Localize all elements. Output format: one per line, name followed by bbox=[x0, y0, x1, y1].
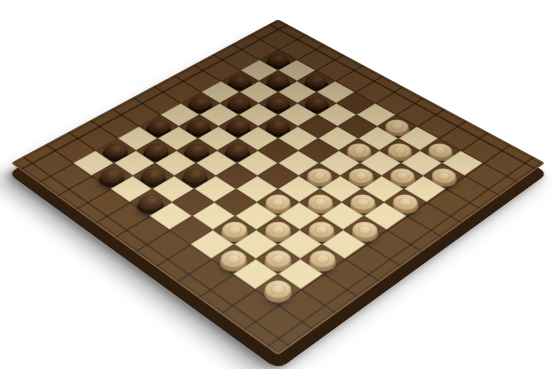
piece-glyph: ⛂ bbox=[348, 219, 382, 241]
square-r9c2[interactable] bbox=[110, 176, 152, 202]
light-piece[interactable]: ⛂ bbox=[386, 166, 418, 186]
square-r3c8[interactable] bbox=[362, 176, 404, 202]
piece-glyph: ⛂ bbox=[345, 166, 377, 186]
square-r7c6[interactable] bbox=[235, 202, 278, 230]
light-piece[interactable]: ⛂ bbox=[389, 192, 422, 213]
square-r7c5[interactable] bbox=[214, 189, 256, 216]
piece-glyph: ⛂ bbox=[346, 192, 379, 213]
square-r3c9[interactable]: ⛂ bbox=[384, 189, 426, 216]
square-r9c8[interactable] bbox=[233, 259, 278, 289]
square-r5c5[interactable] bbox=[257, 163, 298, 189]
piece-glyph: ⛀ bbox=[179, 166, 211, 186]
square-r4c8[interactable]: ⛂ bbox=[342, 189, 384, 216]
square-r8c4[interactable] bbox=[172, 189, 214, 216]
light-piece[interactable]: ⛂ bbox=[261, 219, 295, 241]
piece-glyph: ⛂ bbox=[305, 247, 340, 270]
light-piece[interactable]: ⛂ bbox=[304, 192, 337, 213]
square-r8c3[interactable] bbox=[152, 176, 194, 202]
square-r6c9[interactable] bbox=[322, 230, 366, 259]
square-r2c8[interactable]: ⛂ bbox=[382, 163, 423, 189]
square-r2c9[interactable] bbox=[404, 176, 446, 202]
square-r9c7[interactable]: ⛂ bbox=[211, 244, 255, 274]
light-piece[interactable]: ⛂ bbox=[305, 247, 340, 270]
square-r7c7[interactable]: ⛂ bbox=[256, 216, 299, 244]
square-r5c8[interactable] bbox=[321, 202, 364, 230]
square-r7c9[interactable]: ⛂ bbox=[300, 244, 344, 274]
square-r9c5[interactable] bbox=[169, 216, 212, 244]
square-r7c4[interactable] bbox=[194, 176, 236, 202]
light-piece[interactable]: ⛂ bbox=[346, 192, 379, 213]
piece-glyph: ⛂ bbox=[260, 277, 296, 301]
light-piece[interactable]: ⛂ bbox=[216, 247, 251, 270]
square-r4c7[interactable] bbox=[320, 176, 362, 202]
piece-glyph: ⛂ bbox=[389, 192, 422, 213]
piece-glyph: ⛂ bbox=[218, 219, 252, 241]
piece-glyph: ⛀ bbox=[137, 166, 169, 186]
square-r9c1[interactable]: ⛀ bbox=[91, 163, 132, 189]
square-r9c9[interactable]: ⛂ bbox=[255, 274, 301, 305]
light-piece[interactable]: ⛂ bbox=[428, 166, 460, 186]
dark-piece[interactable]: ⛀ bbox=[134, 192, 167, 213]
piece-glyph: ⛂ bbox=[386, 166, 418, 186]
square-r8c2[interactable]: ⛀ bbox=[133, 163, 174, 189]
photo-scene: ⛀⛀⛂⛂⛀⛀⛂⛂⛀⛀⛂⛂⛀⛀⛂⛂⛀⛀⛂⛂⛀⛀⛂⛂⛀⛀⛂⛂⛀⛀⛂⛂⛀⛀⛂⛂⛀⛀⛂⛂ bbox=[0, 0, 554, 369]
square-r6c7[interactable] bbox=[278, 202, 321, 230]
dark-piece[interactable]: ⛀ bbox=[179, 166, 211, 186]
piece-glyph: ⛂ bbox=[216, 247, 251, 270]
light-piece[interactable]: ⛂ bbox=[218, 219, 252, 241]
board-grid: ⛀⛀⛂⛂⛀⛀⛂⛂⛀⛀⛂⛂⛀⛀⛂⛂⛀⛀⛂⛂⛀⛀⛂⛂⛀⛀⛂⛂⛀⛀⛂⛂⛀⛀⛂⛂⛀⛀⛂⛂ bbox=[73, 49, 483, 305]
square-r4c9[interactable] bbox=[364, 202, 407, 230]
light-piece[interactable]: ⛂ bbox=[303, 166, 335, 186]
piece-glyph: ⛂ bbox=[261, 219, 295, 241]
square-r1c9[interactable]: ⛂ bbox=[423, 163, 464, 189]
light-piece[interactable]: ⛂ bbox=[348, 219, 382, 241]
light-piece[interactable]: ⛂ bbox=[305, 219, 339, 241]
square-r8c7[interactable] bbox=[234, 230, 278, 259]
square-r8c5[interactable] bbox=[192, 202, 235, 230]
square-r9c3[interactable]: ⛀ bbox=[129, 189, 171, 216]
square-r7c8[interactable] bbox=[278, 230, 322, 259]
square-r6c5[interactable] bbox=[236, 176, 278, 202]
light-piece[interactable]: ⛂ bbox=[345, 166, 377, 186]
square-r4c6[interactable]: ⛂ bbox=[299, 163, 340, 189]
square-r9c4[interactable] bbox=[149, 202, 192, 230]
board-frame: ⛀⛀⛂⛂⛀⛀⛂⛂⛀⛀⛂⛂⛀⛀⛂⛂⛀⛀⛂⛂⛀⛀⛂⛂⛀⛀⛂⛂⛀⛀⛂⛂⛀⛀⛂⛂⛀⛀⛂⛂ bbox=[11, 19, 546, 355]
square-r7c3[interactable]: ⛀ bbox=[174, 163, 215, 189]
dark-piece[interactable]: ⛀ bbox=[96, 166, 128, 186]
light-piece[interactable]: ⛂ bbox=[261, 192, 294, 213]
piece-glyph: ⛂ bbox=[261, 192, 294, 213]
draughts-board: ⛀⛀⛂⛂⛀⛀⛂⛂⛀⛀⛂⛂⛀⛀⛂⛂⛀⛀⛂⛂⛀⛀⛂⛂⛀⛀⛂⛂⛀⛀⛂⛂⛀⛀⛂⛂⛀⛀⛂⛂ bbox=[11, 19, 546, 355]
square-r6c6[interactable]: ⛂ bbox=[257, 189, 299, 216]
square-r6c4[interactable] bbox=[216, 163, 257, 189]
square-r5c6[interactable] bbox=[278, 176, 320, 202]
piece-glyph: ⛂ bbox=[305, 219, 339, 241]
light-piece[interactable]: ⛂ bbox=[261, 247, 296, 270]
square-r9c6[interactable] bbox=[190, 230, 234, 259]
piece-glyph: ⛀ bbox=[96, 166, 128, 186]
square-r8c8[interactable]: ⛂ bbox=[256, 244, 300, 274]
piece-glyph: ⛂ bbox=[428, 166, 460, 186]
square-r8c6[interactable]: ⛂ bbox=[213, 216, 256, 244]
piece-glyph: ⛂ bbox=[261, 247, 296, 270]
square-r5c9[interactable]: ⛂ bbox=[343, 216, 386, 244]
square-r8c9[interactable] bbox=[278, 259, 323, 289]
piece-glyph: ⛂ bbox=[303, 166, 335, 186]
dark-piece[interactable]: ⛀ bbox=[137, 166, 169, 186]
light-piece[interactable]: ⛂ bbox=[260, 277, 296, 301]
piece-glyph: ⛀ bbox=[134, 192, 167, 213]
square-r5c7[interactable]: ⛂ bbox=[299, 189, 341, 216]
piece-glyph: ⛂ bbox=[304, 192, 337, 213]
square-r6c8[interactable]: ⛂ bbox=[300, 216, 343, 244]
square-r3c7[interactable]: ⛂ bbox=[340, 163, 381, 189]
